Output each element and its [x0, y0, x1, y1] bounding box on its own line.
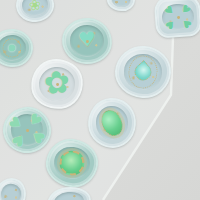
- clover-leaf-heart: ♥: [27, 127, 47, 147]
- round-gem-stone: [58, 149, 86, 177]
- mint-center-gem: [8, 44, 16, 52]
- plain-charm: [108, 0, 133, 10]
- oval-gem-stone: [98, 107, 127, 140]
- wax-seal-heart: ♥: [61, 17, 113, 66]
- wax-seal-oval-gem: [86, 96, 138, 150]
- clover-leaf-heart: ♥: [163, 18, 177, 32]
- heart-charm: ♥: [63, 19, 111, 63]
- clover-leaf-heart: ♥: [10, 130, 30, 150]
- wax-seal-clover: ♥♥♥♥: [154, 0, 200, 39]
- clover-leaf-heart: ♥: [179, 2, 193, 16]
- clover-leaf-heart: ♥: [162, 3, 176, 17]
- teardrop-gem-charm: [115, 46, 170, 98]
- clover-charm: ♥♥♥♥: [156, 0, 200, 36]
- wax-seal-teardrop-gem: [113, 44, 172, 100]
- flower-charm: ✿: [31, 59, 84, 110]
- clover-charm: ♥♥♥♥: [2, 105, 53, 154]
- wax-seal-flower: ✿: [29, 56, 86, 111]
- clover-leaf-heart: ♥: [180, 17, 194, 31]
- gold-center-dot: [55, 82, 58, 85]
- gold-center-dot: [25, 128, 28, 131]
- wreath-charm: [0, 29, 33, 67]
- gold-center-dot: [85, 39, 88, 42]
- gold-center-dot: [176, 15, 179, 18]
- oval-gem-charm: [88, 98, 136, 148]
- round-gem-charm: [45, 138, 99, 188]
- blossom-gem-glyph: ❀: [28, 0, 42, 13]
- gold-wreath-ring: [2, 38, 23, 59]
- photo-of-wax-seal-stickers: ❀♥♥♥♥♥✿♥♥♥♥: [0, 0, 200, 200]
